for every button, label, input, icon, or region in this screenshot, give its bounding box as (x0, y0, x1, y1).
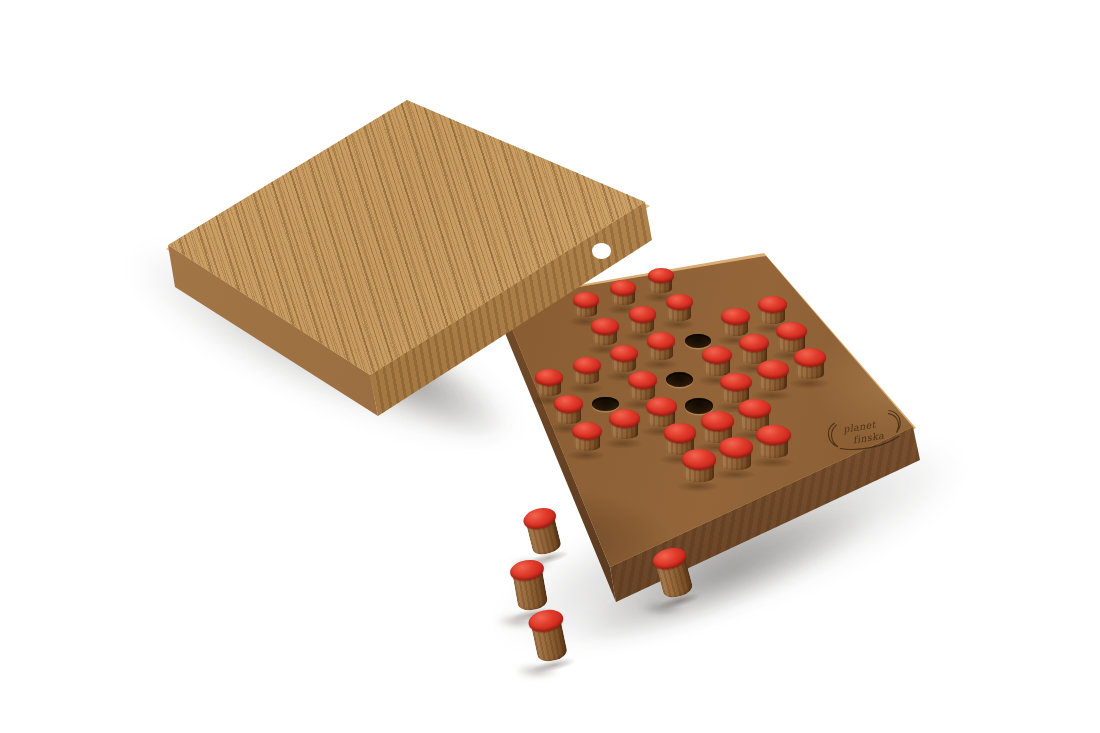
peg-red-top (610, 280, 636, 296)
lid-finger-notch (592, 243, 611, 259)
board-peg[interactable] (647, 332, 676, 365)
peg-red-top (628, 371, 658, 389)
loose-peg[interactable] (521, 505, 565, 563)
board-peg[interactable] (756, 425, 790, 463)
peg-red-top (554, 395, 583, 413)
board-peg[interactable] (666, 294, 694, 326)
peg-red-top (701, 411, 734, 431)
board-peg[interactable] (794, 348, 826, 384)
peg-red-top (719, 437, 753, 457)
peg-red-top (720, 373, 752, 392)
peg-red-top (573, 357, 601, 374)
peg-red-top (776, 322, 807, 340)
logo-crescent-left (827, 423, 840, 448)
board-peg[interactable] (609, 409, 640, 444)
peg-red-top (646, 397, 677, 416)
peg-red-top (647, 332, 676, 349)
peg-red-top (610, 345, 638, 362)
peg-red-top (648, 268, 674, 284)
peg-red-top (609, 409, 640, 428)
peg-red-top (682, 449, 716, 469)
board-peg[interactable] (757, 360, 789, 396)
board-peg[interactable] (682, 449, 716, 487)
peg-red-top (756, 425, 790, 446)
board-peg[interactable] (719, 437, 753, 475)
board-peg[interactable] (573, 357, 601, 389)
board-peg[interactable] (572, 422, 603, 457)
product-photo: planet finska (0, 0, 1100, 733)
logo-crescent-right (888, 409, 902, 433)
peg-red-top (573, 292, 599, 307)
peg-red-top (664, 423, 696, 442)
peg-red-top (629, 306, 656, 322)
peg-red-top (591, 318, 618, 334)
peg-red-top (572, 422, 603, 440)
